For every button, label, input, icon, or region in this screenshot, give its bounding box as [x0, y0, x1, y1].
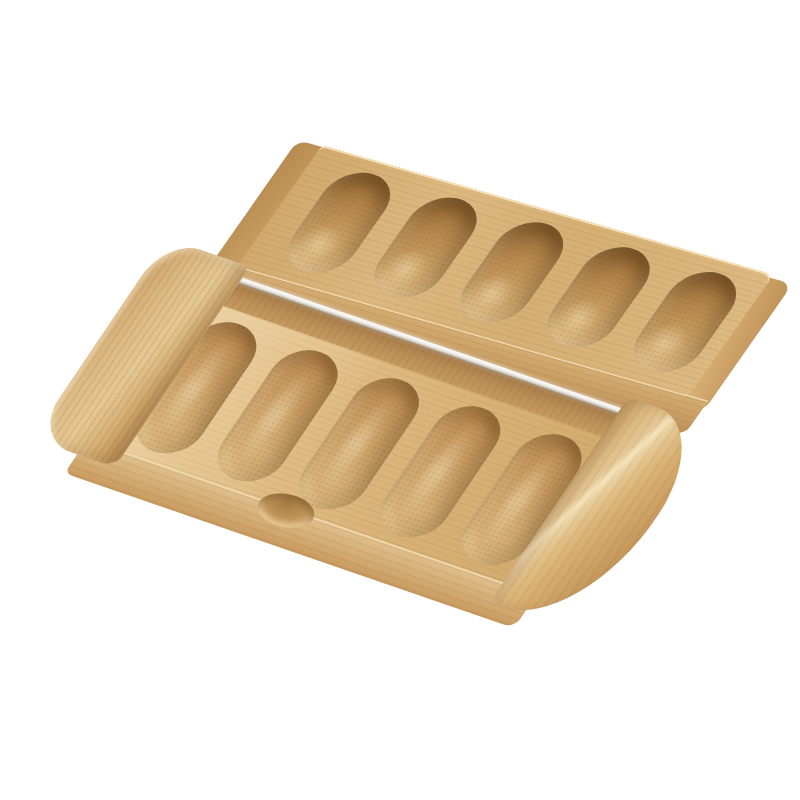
scene [0, 0, 800, 800]
